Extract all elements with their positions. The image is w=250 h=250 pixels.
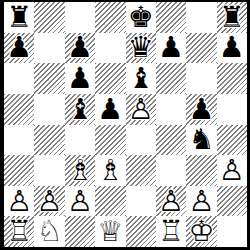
square-a3[interactable] [4,155,34,186]
black-pawn-piece: ♟♟ [4,33,34,64]
square-d1[interactable]: ♛♕ [95,216,125,247]
square-a4[interactable] [4,125,34,156]
square-h5[interactable] [217,94,247,125]
piece-glyph: ♘ [37,217,63,246]
white-rook-piece: ♜♖ [156,216,186,247]
piece-glyph: ♗ [67,156,93,185]
piece-glyph: ♟ [97,95,123,124]
piece-glyph: ♝ [128,64,154,93]
white-knight-piece: ♞♘ [34,216,64,247]
black-pawn-piece: ♟♟ [65,63,95,94]
square-f1[interactable]: ♜♖ [156,216,186,247]
square-h1[interactable] [217,216,247,247]
square-e3[interactable] [126,155,156,186]
piece-glyph: ♜ [6,3,32,32]
piece-glyph: ♛ [128,33,154,62]
square-b1[interactable]: ♞♘ [34,216,64,247]
white-pawn-piece: ♟♙ [65,186,95,217]
white-pawn-piece: ♟♙ [126,94,156,125]
white-queen-piece: ♛♕ [95,216,125,247]
black-pawn-piece: ♟♟ [186,94,216,125]
square-g2[interactable]: ♟♙ [186,186,216,217]
square-d5[interactable]: ♟♟ [95,94,125,125]
square-b7[interactable] [34,33,64,64]
square-c3[interactable]: ♝♗ [65,155,95,186]
piece-glyph: ♞ [188,125,214,154]
piece-glyph: ♟ [67,33,93,62]
black-knight-piece: ♞♞ [186,125,216,156]
piece-glyph: ♙ [37,187,63,216]
white-pawn-piece: ♟♙ [217,155,247,186]
piece-glyph: ♟ [67,64,93,93]
square-g1[interactable]: ♚♔ [186,216,216,247]
square-g3[interactable] [186,155,216,186]
piece-glyph: ♖ [158,217,184,246]
square-f5[interactable] [156,94,186,125]
black-pawn-piece: ♟♟ [65,33,95,64]
white-pawn-piece: ♟♙ [4,186,34,217]
square-g4[interactable]: ♞♞ [186,125,216,156]
white-king-piece: ♚♔ [186,216,216,247]
square-b2[interactable]: ♟♙ [34,186,64,217]
square-f8[interactable] [156,2,186,33]
square-b3[interactable] [34,155,64,186]
white-pawn-piece: ♟♙ [156,186,186,217]
square-e1[interactable] [126,216,156,247]
white-pawn-piece: ♟♙ [186,186,216,217]
black-pawn-piece: ♟♟ [95,94,125,125]
square-a7[interactable]: ♟♟ [4,33,34,64]
piece-glyph: ♟ [158,33,184,62]
chess-board-grid: ♜♜♚♚♜♜♟♟♟♟♛♛♟♟♟♟♟♟♝♝♝♝♟♟♟♙♟♟♞♞♝♗♝♗♟♙♟♙♟♙… [4,2,247,247]
square-c8[interactable] [65,2,95,33]
square-f6[interactable] [156,63,186,94]
black-bishop-piece: ♝♝ [65,94,95,125]
square-e8[interactable]: ♚♚ [126,2,156,33]
white-pawn-piece: ♟♙ [34,186,64,217]
square-h4[interactable] [217,125,247,156]
square-c1[interactable] [65,216,95,247]
square-e2[interactable] [126,186,156,217]
square-d2[interactable] [95,186,125,217]
piece-glyph: ♙ [219,156,245,185]
square-a5[interactable] [4,94,34,125]
piece-glyph: ♝ [67,95,93,124]
square-g8[interactable] [186,2,216,33]
square-e4[interactable] [126,125,156,156]
white-bishop-piece: ♝♗ [95,155,125,186]
piece-glyph: ♟ [188,95,214,124]
white-bishop-piece: ♝♗ [65,155,95,186]
square-b5[interactable] [34,94,64,125]
square-b8[interactable] [34,2,64,33]
black-rook-piece: ♜♜ [217,2,247,33]
square-c6[interactable]: ♟♟ [65,63,95,94]
square-d7[interactable] [95,33,125,64]
white-rook-piece: ♜♖ [4,216,34,247]
square-d3[interactable]: ♝♗ [95,155,125,186]
square-a6[interactable] [4,63,34,94]
square-h3[interactable]: ♟♙ [217,155,247,186]
square-f4[interactable] [156,125,186,156]
square-c4[interactable] [65,125,95,156]
black-rook-piece: ♜♜ [4,2,34,33]
black-pawn-piece: ♟♟ [156,33,186,64]
piece-glyph: ♟ [6,33,32,62]
square-f7[interactable]: ♟♟ [156,33,186,64]
square-d8[interactable] [95,2,125,33]
piece-glyph: ♟ [219,33,245,62]
piece-glyph: ♙ [6,187,32,216]
piece-glyph: ♗ [97,156,123,185]
piece-glyph: ♙ [67,187,93,216]
piece-glyph: ♔ [188,217,214,246]
square-c5[interactable]: ♝♝ [65,94,95,125]
square-d6[interactable] [95,63,125,94]
square-h6[interactable] [217,63,247,94]
square-h7[interactable]: ♟♟ [217,33,247,64]
square-h2[interactable] [217,186,247,217]
square-b4[interactable] [34,125,64,156]
square-f3[interactable] [156,155,186,186]
square-g7[interactable] [186,33,216,64]
piece-glyph: ♙ [188,187,214,216]
square-b6[interactable] [34,63,64,94]
black-king-piece: ♚♚ [126,2,156,33]
square-d4[interactable] [95,125,125,156]
piece-glyph: ♙ [158,187,184,216]
square-a1[interactable]: ♜♖ [4,216,34,247]
piece-glyph: ♜ [219,3,245,32]
chess-board: ♜♜♚♚♜♜♟♟♟♟♛♛♟♟♟♟♟♟♝♝♝♝♟♟♟♙♟♟♞♞♝♗♝♗♟♙♟♙♟♙… [0,0,250,250]
square-g5[interactable]: ♟♟ [186,94,216,125]
square-e6[interactable]: ♝♝ [126,63,156,94]
square-h8[interactable]: ♜♜ [217,2,247,33]
square-e7[interactable]: ♛♛ [126,33,156,64]
piece-glyph: ♙ [128,95,154,124]
piece-glyph: ♚ [128,3,154,32]
black-pawn-piece: ♟♟ [217,33,247,64]
square-c7[interactable]: ♟♟ [65,33,95,64]
square-g6[interactable] [186,63,216,94]
piece-glyph: ♖ [6,217,32,246]
black-bishop-piece: ♝♝ [126,63,156,94]
square-c2[interactable]: ♟♙ [65,186,95,217]
square-f2[interactable]: ♟♙ [156,186,186,217]
square-a8[interactable]: ♜♜ [4,2,34,33]
square-a2[interactable]: ♟♙ [4,186,34,217]
black-queen-piece: ♛♛ [126,33,156,64]
square-e5[interactable]: ♟♙ [126,94,156,125]
piece-glyph: ♕ [97,217,123,246]
